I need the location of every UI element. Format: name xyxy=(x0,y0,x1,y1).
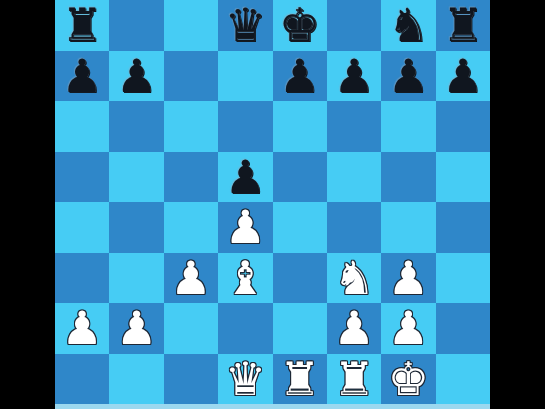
piece-black-rook: ♜ xyxy=(62,0,103,50)
square-c6[interactable] xyxy=(164,101,218,152)
letterbox-left xyxy=(0,0,55,409)
square-g2[interactable]: ♟ xyxy=(381,303,435,354)
square-c7[interactable] xyxy=(164,51,218,102)
square-g7[interactable]: ♟ xyxy=(381,51,435,102)
piece-black-pawn: ♟ xyxy=(442,51,483,101)
piece-white-rook: ♜ xyxy=(279,354,320,404)
square-e4[interactable] xyxy=(273,202,327,253)
piece-white-pawn: ♟ xyxy=(333,303,374,353)
piece-white-bishop: ♝ xyxy=(225,253,266,303)
piece-white-pawn: ♟ xyxy=(116,303,157,353)
square-h3[interactable] xyxy=(436,253,490,304)
piece-black-pawn: ♟ xyxy=(116,51,157,101)
square-a3[interactable] xyxy=(55,253,109,304)
square-e3[interactable] xyxy=(273,253,327,304)
piece-black-pawn: ♟ xyxy=(388,51,429,101)
square-f5[interactable] xyxy=(327,152,381,203)
square-d4[interactable]: ♟ xyxy=(218,202,272,253)
piece-black-pawn: ♟ xyxy=(333,51,374,101)
square-d3[interactable]: ♝ xyxy=(218,253,272,304)
square-b7[interactable]: ♟ xyxy=(109,51,163,102)
square-b6[interactable] xyxy=(109,101,163,152)
piece-white-pawn: ♟ xyxy=(388,303,429,353)
square-f8[interactable] xyxy=(327,0,381,51)
square-e1[interactable]: ♜ xyxy=(273,354,327,405)
square-b5[interactable] xyxy=(109,152,163,203)
piece-white-pawn: ♟ xyxy=(62,303,103,353)
square-a5[interactable] xyxy=(55,152,109,203)
square-a6[interactable] xyxy=(55,101,109,152)
square-c5[interactable] xyxy=(164,152,218,203)
square-h6[interactable] xyxy=(436,101,490,152)
square-c8[interactable] xyxy=(164,0,218,51)
square-f4[interactable] xyxy=(327,202,381,253)
square-e6[interactable] xyxy=(273,101,327,152)
square-d8[interactable]: ♛ xyxy=(218,0,272,51)
square-a7[interactable]: ♟ xyxy=(55,51,109,102)
square-b4[interactable] xyxy=(109,202,163,253)
piece-black-rook: ♜ xyxy=(442,0,483,50)
piece-white-king: ♚ xyxy=(388,354,429,404)
square-b2[interactable]: ♟ xyxy=(109,303,163,354)
square-g5[interactable] xyxy=(381,152,435,203)
piece-black-pawn: ♟ xyxy=(225,152,266,202)
square-e5[interactable] xyxy=(273,152,327,203)
square-h7[interactable]: ♟ xyxy=(436,51,490,102)
square-d5[interactable]: ♟ xyxy=(218,152,272,203)
square-a2[interactable]: ♟ xyxy=(55,303,109,354)
piece-white-queen: ♛ xyxy=(225,354,266,404)
piece-black-king: ♚ xyxy=(279,0,320,50)
square-e8[interactable]: ♚ xyxy=(273,0,327,51)
square-g1[interactable]: ♚ xyxy=(381,354,435,405)
square-d1[interactable]: ♛ xyxy=(218,354,272,405)
square-d7[interactable] xyxy=(218,51,272,102)
piece-white-pawn: ♟ xyxy=(225,202,266,252)
square-g8[interactable]: ♞ xyxy=(381,0,435,51)
square-e2[interactable] xyxy=(273,303,327,354)
square-f7[interactable]: ♟ xyxy=(327,51,381,102)
square-h4[interactable] xyxy=(436,202,490,253)
square-b1[interactable] xyxy=(109,354,163,405)
square-c3[interactable]: ♟ xyxy=(164,253,218,304)
piece-black-pawn: ♟ xyxy=(279,51,320,101)
piece-black-knight: ♞ xyxy=(388,0,429,50)
square-c1[interactable] xyxy=(164,354,218,405)
square-d6[interactable] xyxy=(218,101,272,152)
square-b3[interactable] xyxy=(109,253,163,304)
square-a4[interactable] xyxy=(55,202,109,253)
piece-black-queen: ♛ xyxy=(225,0,266,50)
piece-white-pawn: ♟ xyxy=(388,253,429,303)
chess-board: ♜♛♚♞♜♟♟♟♟♟♟♟♟♟♝♞♟♟♟♟♟♛♜♜♚ xyxy=(55,0,490,404)
square-b8[interactable] xyxy=(109,0,163,51)
square-f1[interactable]: ♜ xyxy=(327,354,381,405)
square-g3[interactable]: ♟ xyxy=(381,253,435,304)
square-a1[interactable] xyxy=(55,354,109,405)
video-frame: ♜♛♚♞♜♟♟♟♟♟♟♟♟♟♝♞♟♟♟♟♟♛♜♜♚ xyxy=(0,0,545,409)
piece-white-rook: ♜ xyxy=(333,354,374,404)
letterbox-right xyxy=(490,0,545,409)
square-f2[interactable]: ♟ xyxy=(327,303,381,354)
square-g4[interactable] xyxy=(381,202,435,253)
piece-white-knight: ♞ xyxy=(333,253,374,303)
square-h2[interactable] xyxy=(436,303,490,354)
square-h8[interactable]: ♜ xyxy=(436,0,490,51)
square-h5[interactable] xyxy=(436,152,490,203)
square-e7[interactable]: ♟ xyxy=(273,51,327,102)
piece-black-pawn: ♟ xyxy=(62,51,103,101)
piece-white-pawn: ♟ xyxy=(170,253,211,303)
square-f6[interactable] xyxy=(327,101,381,152)
square-d2[interactable] xyxy=(218,303,272,354)
square-a8[interactable]: ♜ xyxy=(55,0,109,51)
square-g6[interactable] xyxy=(381,101,435,152)
square-c4[interactable] xyxy=(164,202,218,253)
square-f3[interactable]: ♞ xyxy=(327,253,381,304)
square-h1[interactable] xyxy=(436,354,490,405)
board-bottom-edge xyxy=(55,404,490,409)
square-c2[interactable] xyxy=(164,303,218,354)
